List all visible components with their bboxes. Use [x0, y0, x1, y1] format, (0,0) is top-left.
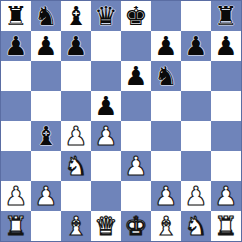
square-a4[interactable] [1, 121, 31, 151]
square-d3[interactable] [91, 151, 121, 181]
black-knight[interactable]: ♞ [34, 1, 57, 31]
square-a2[interactable]: ♟ [1, 181, 31, 211]
white-pawn[interactable]: ♟ [4, 181, 27, 211]
square-f7[interactable]: ♟ [151, 31, 181, 61]
square-d5[interactable]: ♟ [91, 91, 121, 121]
square-h4[interactable] [211, 121, 241, 151]
square-b2[interactable]: ♟ [31, 181, 61, 211]
black-rook[interactable]: ♜ [214, 1, 237, 31]
black-pawn[interactable]: ♟ [154, 31, 177, 61]
square-h5[interactable] [211, 91, 241, 121]
square-b8[interactable]: ♞ [31, 1, 61, 31]
square-a1[interactable]: ♜ [1, 211, 31, 241]
square-b6[interactable] [31, 61, 61, 91]
white-knight[interactable]: ♞ [64, 151, 87, 181]
square-g1[interactable]: ♞ [181, 211, 211, 241]
white-pawn[interactable]: ♟ [214, 181, 237, 211]
square-d8[interactable]: ♛ [91, 1, 121, 31]
square-a5[interactable] [1, 91, 31, 121]
white-pawn[interactable]: ♟ [184, 181, 207, 211]
square-h2[interactable]: ♟ [211, 181, 241, 211]
square-d6[interactable] [91, 61, 121, 91]
white-rook[interactable]: ♜ [214, 211, 237, 241]
square-a3[interactable] [1, 151, 31, 181]
square-e1[interactable]: ♚ [121, 211, 151, 241]
white-king[interactable]: ♚ [124, 211, 147, 241]
black-knight[interactable]: ♞ [154, 61, 177, 91]
square-f3[interactable] [151, 151, 181, 181]
square-c4[interactable]: ♟ [61, 121, 91, 151]
square-h8[interactable]: ♜ [211, 1, 241, 31]
square-a7[interactable]: ♟ [1, 31, 31, 61]
square-c3[interactable]: ♞ [61, 151, 91, 181]
black-queen[interactable]: ♛ [94, 1, 117, 31]
square-f6[interactable]: ♞ [151, 61, 181, 91]
white-pawn[interactable]: ♟ [154, 181, 177, 211]
square-d4[interactable]: ♟ [91, 121, 121, 151]
square-b5[interactable] [31, 91, 61, 121]
black-rook[interactable]: ♜ [4, 1, 27, 31]
square-d2[interactable] [91, 181, 121, 211]
square-c7[interactable]: ♟ [61, 31, 91, 61]
black-pawn[interactable]: ♟ [94, 91, 117, 121]
square-g5[interactable] [181, 91, 211, 121]
white-pawn[interactable]: ♟ [94, 121, 117, 151]
white-queen[interactable]: ♛ [94, 211, 117, 241]
square-c2[interactable] [61, 181, 91, 211]
square-c8[interactable]: ♝ [61, 1, 91, 31]
square-f8[interactable] [151, 1, 181, 31]
square-e7[interactable] [121, 31, 151, 61]
square-e3[interactable]: ♟ [121, 151, 151, 181]
square-h6[interactable] [211, 61, 241, 91]
white-pawn[interactable]: ♟ [64, 121, 87, 151]
square-g7[interactable]: ♟ [181, 31, 211, 61]
black-pawn[interactable]: ♟ [184, 31, 207, 61]
chess-board: ♜♞♝♛♚♜♟♟♟♟♟♟♟♞♟♝♟♟♞♟♟♟♟♟♟♜♝♛♚♝♞♜ [1, 1, 241, 241]
black-pawn[interactable]: ♟ [64, 31, 87, 61]
black-pawn[interactable]: ♟ [34, 31, 57, 61]
square-g6[interactable] [181, 61, 211, 91]
black-pawn[interactable]: ♟ [4, 31, 27, 61]
square-g4[interactable] [181, 121, 211, 151]
square-e5[interactable] [121, 91, 151, 121]
black-pawn[interactable]: ♟ [214, 31, 237, 61]
white-knight[interactable]: ♞ [184, 211, 207, 241]
square-c6[interactable] [61, 61, 91, 91]
square-e8[interactable]: ♚ [121, 1, 151, 31]
square-e2[interactable] [121, 181, 151, 211]
square-b4[interactable]: ♝ [31, 121, 61, 151]
black-pawn[interactable]: ♟ [124, 61, 147, 91]
square-c5[interactable] [61, 91, 91, 121]
square-f4[interactable] [151, 121, 181, 151]
chess-board-frame: ♜♞♝♛♚♜♟♟♟♟♟♟♟♞♟♝♟♟♞♟♟♟♟♟♟♜♝♛♚♝♞♜ [0, 0, 242, 242]
square-d7[interactable] [91, 31, 121, 61]
square-e4[interactable] [121, 121, 151, 151]
square-a8[interactable]: ♜ [1, 1, 31, 31]
black-bishop[interactable]: ♝ [64, 1, 87, 31]
square-h1[interactable]: ♜ [211, 211, 241, 241]
white-bishop[interactable]: ♝ [64, 211, 87, 241]
black-king[interactable]: ♚ [124, 1, 147, 31]
square-g3[interactable] [181, 151, 211, 181]
white-pawn[interactable]: ♟ [34, 181, 57, 211]
square-e6[interactable]: ♟ [121, 61, 151, 91]
square-b3[interactable] [31, 151, 61, 181]
square-d1[interactable]: ♛ [91, 211, 121, 241]
square-h7[interactable]: ♟ [211, 31, 241, 61]
white-bishop[interactable]: ♝ [154, 211, 177, 241]
square-f2[interactable]: ♟ [151, 181, 181, 211]
square-f1[interactable]: ♝ [151, 211, 181, 241]
white-rook[interactable]: ♜ [4, 211, 27, 241]
square-h3[interactable] [211, 151, 241, 181]
white-pawn[interactable]: ♟ [124, 151, 147, 181]
square-g2[interactable]: ♟ [181, 181, 211, 211]
square-b1[interactable] [31, 211, 61, 241]
black-bishop[interactable]: ♝ [34, 121, 57, 151]
square-g8[interactable] [181, 1, 211, 31]
square-b7[interactable]: ♟ [31, 31, 61, 61]
square-a6[interactable] [1, 61, 31, 91]
square-c1[interactable]: ♝ [61, 211, 91, 241]
square-f5[interactable] [151, 91, 181, 121]
